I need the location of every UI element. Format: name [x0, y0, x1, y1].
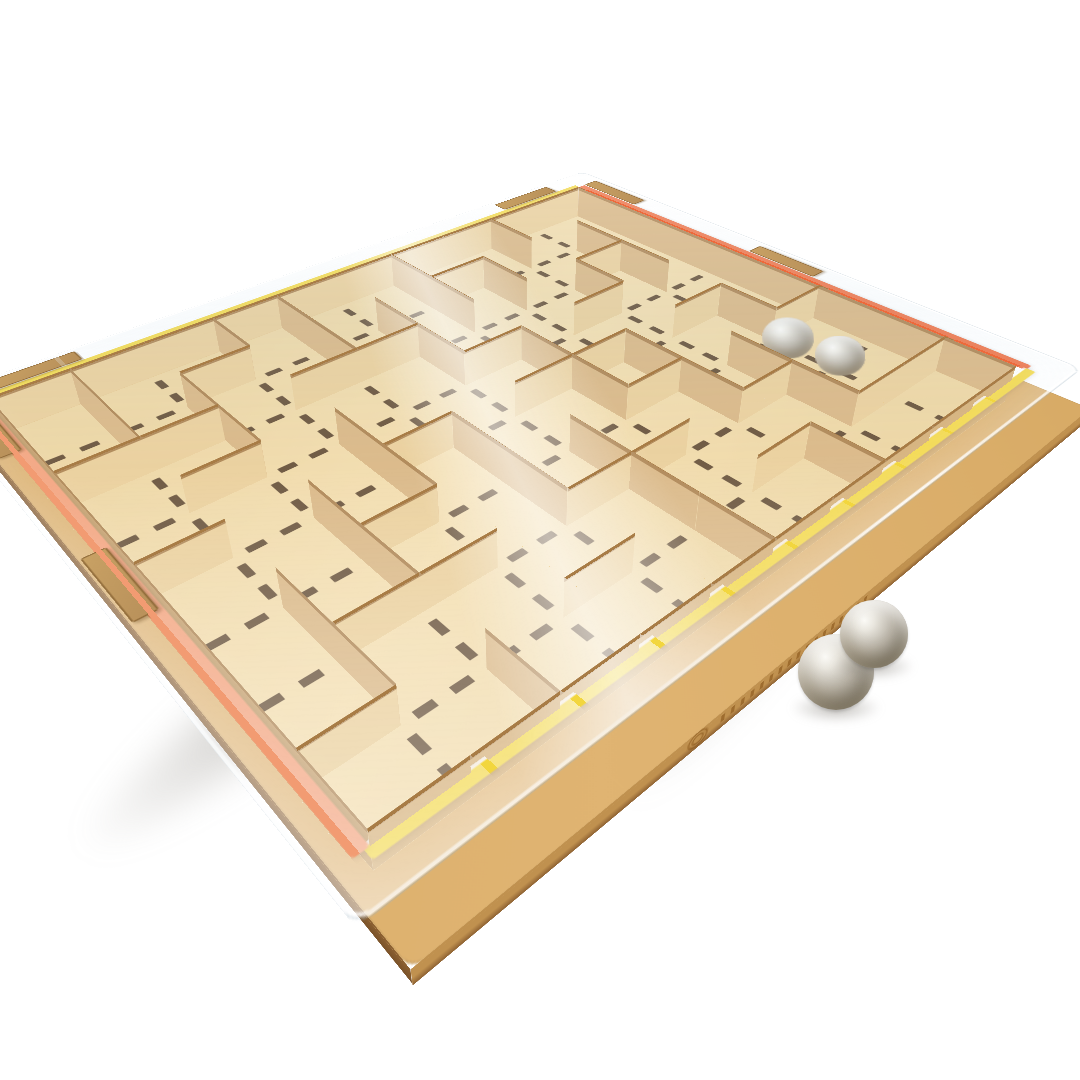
photo-scene	[0, 0, 1080, 1080]
maze-board	[2, 216, 1005, 870]
table-ball-2[interactable]	[840, 600, 908, 668]
